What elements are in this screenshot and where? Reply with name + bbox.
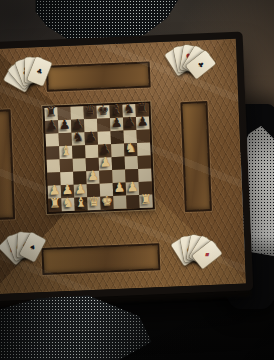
square-e1[interactable]: ♚ [100, 196, 114, 210]
card-fan-top-left: ♣♠♣♠♣ [0, 48, 60, 107]
square-e8[interactable]: ♚ [96, 105, 110, 119]
square-f6[interactable] [111, 131, 125, 145]
square-b1[interactable]: ♞ [61, 198, 75, 212]
square-a7[interactable]: ♟ [45, 120, 59, 134]
square-h4[interactable] [138, 156, 152, 170]
square-b4[interactable] [60, 159, 74, 173]
square-e4[interactable]: ♟ [99, 157, 113, 171]
square-c6[interactable]: ♞ [72, 132, 86, 146]
square-b7[interactable]: ♟ [58, 120, 72, 134]
square-c4[interactable] [73, 158, 87, 172]
square-a5[interactable] [46, 146, 60, 160]
square-f5[interactable] [111, 144, 125, 158]
square-f1[interactable] [113, 196, 127, 210]
square-d1[interactable]: ♛ [87, 197, 101, 211]
chair-fabric-bottom-left [0, 290, 170, 360]
piece-black-p-h7[interactable]: ♟ [136, 115, 150, 129]
piece-white-k-e1[interactable]: ♚ [100, 194, 114, 208]
square-g1[interactable] [126, 195, 140, 209]
square-h5[interactable] [137, 143, 151, 157]
square-h6[interactable] [136, 130, 150, 144]
piece-white-p-e4[interactable]: ♟ [99, 155, 113, 169]
square-a4[interactable] [47, 159, 61, 173]
piece-white-p-d3[interactable]: ♟ [86, 169, 100, 183]
square-g2[interactable]: ♟ [126, 182, 140, 196]
card-fan-bottom-left: ♦♠♣♠ [0, 226, 51, 278]
piece-black-p-d6[interactable]: ♟ [84, 130, 98, 144]
piece-black-p-b7[interactable]: ♟ [58, 118, 72, 132]
piece-white-q-d1[interactable]: ♛ [87, 195, 101, 209]
inlay-panel-right [180, 101, 212, 212]
card-fan-top-right: ♠♣♥♠♣ [160, 39, 217, 91]
square-f4[interactable] [112, 157, 126, 171]
square-b5[interactable]: ♝ [59, 146, 73, 160]
inlay-panel-bottom [41, 243, 160, 275]
games-table: ♣♠♣♠♣ ♠♣♥♠♣ ♦♠♣♠ ♣♠♠♣♦ ♜♛♚♝♞♜♟♟♟♟♟♟♞♟♝♟♞… [0, 32, 253, 302]
piece-black-p-g7[interactable]: ♟ [123, 115, 137, 129]
piece-white-n-b1[interactable]: ♞ [61, 196, 75, 210]
square-a6[interactable] [46, 133, 60, 147]
square-a1[interactable]: ♜ [48, 198, 62, 212]
piece-white-p-g2[interactable]: ♟ [126, 180, 140, 194]
piece-black-n-c6[interactable]: ♞ [71, 130, 85, 144]
inlay-panel-left [0, 109, 15, 220]
piece-white-b-c1[interactable]: ♝ [74, 195, 88, 209]
piece-white-n-g5[interactable]: ♞ [124, 141, 138, 155]
square-e3[interactable] [99, 170, 113, 184]
piece-white-b-b5[interactable]: ♝ [59, 144, 73, 158]
square-f2[interactable]: ♟ [113, 183, 127, 197]
games-table-photo: ♣♠♣♠♣ ♠♣♥♠♣ ♦♠♣♠ ♣♠♠♣♦ ♜♛♚♝♞♜♟♟♟♟♟♟♞♟♝♟♞… [0, 0, 274, 360]
square-h3[interactable] [138, 168, 152, 182]
square-h1[interactable]: ♜ [139, 194, 153, 208]
piece-black-p-a7[interactable]: ♟ [45, 118, 59, 132]
piece-black-k-e8[interactable]: ♚ [96, 103, 110, 117]
square-c5[interactable] [72, 145, 86, 159]
square-d5[interactable] [85, 145, 99, 159]
square-g7[interactable]: ♟ [123, 117, 137, 131]
piece-black-p-f7[interactable]: ♟ [110, 116, 124, 130]
card-fan-bottom-right: ♣♠♠♣♦ [167, 230, 222, 280]
square-g5[interactable]: ♞ [124, 143, 138, 157]
piece-white-r-h1[interactable]: ♜ [139, 192, 153, 206]
square-g4[interactable] [125, 156, 139, 170]
piece-white-r-a1[interactable]: ♜ [48, 196, 62, 210]
square-f7[interactable]: ♟ [110, 118, 124, 132]
square-d6[interactable]: ♟ [85, 132, 99, 146]
square-d8[interactable]: ♛ [83, 106, 97, 120]
chess-board[interactable]: ♜♛♚♝♞♜♟♟♟♟♟♟♞♟♝♟♞♟♟♟♟♟♟♟♜♞♝♛♚♜ [42, 101, 154, 213]
square-h7[interactable]: ♟ [136, 117, 150, 131]
square-c1[interactable]: ♝ [74, 197, 88, 211]
square-d3[interactable]: ♟ [86, 171, 100, 185]
square-e7[interactable] [97, 118, 111, 132]
piece-white-p-f2[interactable]: ♟ [113, 181, 127, 195]
piece-black-q-d8[interactable]: ♛ [83, 104, 97, 118]
inlay-panel-top [46, 61, 151, 91]
